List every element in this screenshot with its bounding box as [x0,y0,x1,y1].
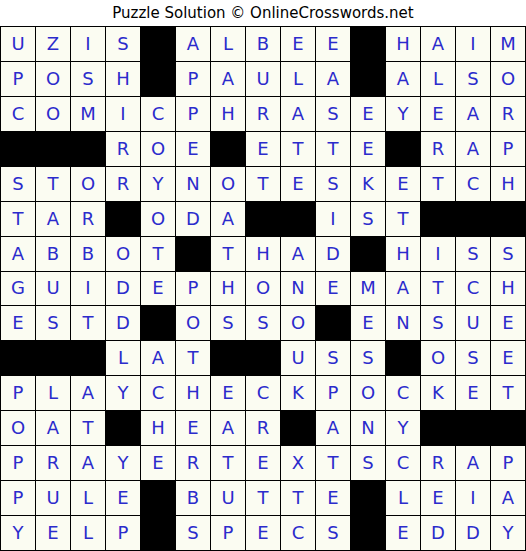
letter-cell-r1c1: U [1,27,35,61]
letter-cell-r11c3: A [71,376,105,410]
block-cell-r4c12 [386,132,420,166]
letter-cell-r1c13: A [421,27,455,61]
letter-cell-r5c4: R [106,167,140,201]
letter-cell-r13c15: P [491,446,525,480]
letter-cell-r4c9: T [281,132,315,166]
letter-cell-r7c12: H [386,237,420,271]
letter-cell-r3c11: E [351,97,385,131]
letter-cell-r8c2: U [36,272,70,306]
letter-cell-r6c6: D [176,202,210,236]
letter-cell-r15c14: D [456,516,490,550]
letter-cell-r5c14: C [456,167,490,201]
letter-cell-r11c10: P [316,376,350,410]
letter-cell-r13c7: T [211,446,245,480]
block-cell-r12c14 [456,411,490,445]
letter-cell-r6c11: S [351,202,385,236]
block-cell-r4c7 [211,132,245,166]
letter-cell-r11c12: C [386,376,420,410]
letter-cell-r12c7: A [211,411,245,445]
letter-cell-r15c6: S [176,516,210,550]
letter-cell-r9c7: S [211,306,245,340]
letter-cell-r11c11: O [351,376,385,410]
letter-cell-r14c10: E [316,481,350,515]
letter-cell-r10c11: S [351,341,385,375]
letter-cell-r15c13: D [421,516,455,550]
letter-cell-r11c9: K [281,376,315,410]
letter-cell-r12c2: A [36,411,70,445]
letter-cell-r8c7: H [211,272,245,306]
letter-cell-r2c2: O [36,62,70,96]
letter-cell-r11c1: P [1,376,35,410]
letter-cell-r11c14: E [456,376,490,410]
block-cell-r7c6 [176,237,210,271]
letter-cell-r4c13: R [421,132,455,166]
letter-cell-r13c6: R [176,446,210,480]
letter-cell-r7c7: T [211,237,245,271]
letter-cell-r13c8: E [246,446,280,480]
letter-cell-r1c4: S [106,27,140,61]
letter-cell-r11c4: Y [106,376,140,410]
letter-cell-r5c8: T [246,167,280,201]
block-cell-r10c12 [386,341,420,375]
letter-cell-r6c12: T [386,202,420,236]
letter-cell-r5c11: K [351,167,385,201]
letter-cell-r3c3: M [71,97,105,131]
letter-cell-r6c1: T [1,202,35,236]
letter-cell-r13c2: R [36,446,70,480]
letter-cell-r8c12: A [386,272,420,306]
letter-cell-r11c15: T [491,376,525,410]
letter-cell-r13c9: X [281,446,315,480]
letter-cell-r10c5: A [141,341,175,375]
letter-cell-r7c13: I [421,237,455,271]
letter-cell-r2c15: O [491,62,525,96]
letter-cell-r9c9: O [281,306,315,340]
letter-cell-r3c4: I [106,97,140,131]
crossword-board: UZISALBEEHAIMPOSHPAULAALSOCOMICPHRASEYEA… [0,26,526,551]
letter-cell-r9c3: T [71,306,105,340]
letter-cell-r3c1: C [1,97,35,131]
letter-cell-r8c4: D [106,272,140,306]
letter-cell-r15c9: C [281,516,315,550]
letter-cell-r13c14: A [456,446,490,480]
letter-cell-r14c9: T [281,481,315,515]
letter-cell-r6c2: A [36,202,70,236]
letter-cell-r3c15: R [491,97,525,131]
letter-cell-r2c3: S [71,62,105,96]
letter-cell-r15c3: L [71,516,105,550]
title-bar: Puzzle Solution © OnlineCrosswords.net [0,0,526,26]
letter-cell-r2c12: A [386,62,420,96]
letter-cell-r4c11: E [351,132,385,166]
letter-cell-r7c3: B [71,237,105,271]
letter-cell-r7c14: S [456,237,490,271]
letter-cell-r1c14: I [456,27,490,61]
letter-cell-r13c1: P [1,446,35,480]
block-cell-r12c4 [106,411,140,445]
letter-cell-r1c7: L [211,27,245,61]
letter-cell-r5c15: H [491,167,525,201]
letter-cell-r14c1: P [1,481,35,515]
letter-cell-r11c8: C [246,376,280,410]
letter-cell-r12c12: Y [386,411,420,445]
letter-cell-r7c4: O [106,237,140,271]
block-cell-r1c5 [141,27,175,61]
letter-cell-r12c10: A [316,411,350,445]
letter-cell-r4c8: E [246,132,280,166]
letter-cell-r3c5: C [141,97,175,131]
letter-cell-r5c5: Y [141,167,175,201]
letter-cell-r5c3: O [71,167,105,201]
letter-cell-r10c10: S [316,341,350,375]
letter-cell-r2c9: L [281,62,315,96]
letter-cell-r14c7: U [211,481,245,515]
letter-cell-r3c9: A [281,97,315,131]
letter-cell-r14c3: L [71,481,105,515]
letter-cell-r4c4: R [106,132,140,166]
letter-cell-r8c15: H [491,272,525,306]
block-cell-r10c8 [246,341,280,375]
block-cell-r12c15 [491,411,525,445]
letter-cell-r9c8: S [246,306,280,340]
letter-cell-r10c13: O [421,341,455,375]
letter-cell-r1c2: Z [36,27,70,61]
letter-cell-r8c11: M [351,272,385,306]
letter-cell-r14c15: A [491,481,525,515]
letter-cell-r5c7: O [211,167,245,201]
letter-cell-r1c15: M [491,27,525,61]
letter-cell-r9c15: E [491,306,525,340]
letter-cell-r14c14: I [456,481,490,515]
letter-cell-r1c10: E [316,27,350,61]
letter-cell-r9c2: S [36,306,70,340]
letter-cell-r10c14: S [456,341,490,375]
letter-cell-r14c13: E [421,481,455,515]
letter-cell-r12c5: H [141,411,175,445]
block-cell-r4c3 [71,132,105,166]
letter-cell-r3c13: E [421,97,455,131]
letter-cell-r4c14: A [456,132,490,166]
letter-cell-r2c1: P [1,62,35,96]
letter-cell-r5c2: T [36,167,70,201]
letter-cell-r7c1: A [1,237,35,271]
letter-cell-r3c7: H [211,97,245,131]
block-cell-r6c15 [491,202,525,236]
letter-cell-r7c10: D [316,237,350,271]
letter-cell-r5c13: T [421,167,455,201]
letter-cell-r14c4: E [106,481,140,515]
letter-cell-r3c2: O [36,97,70,131]
block-cell-r9c5 [141,306,175,340]
letter-cell-r5c10: S [316,167,350,201]
letter-cell-r4c6: E [176,132,210,166]
letter-cell-r9c11: E [351,306,385,340]
letter-cell-r15c8: E [246,516,280,550]
puzzle-solution-page: Puzzle Solution © OnlineCrosswords.net U… [0,0,526,551]
letter-cell-r4c15: P [491,132,525,166]
block-cell-r7c11 [351,237,385,271]
block-cell-r6c14 [456,202,490,236]
letter-cell-r15c10: S [316,516,350,550]
letter-cell-r12c1: O [1,411,35,445]
letter-cell-r13c10: T [316,446,350,480]
letter-cell-r15c12: E [386,516,420,550]
letter-cell-r7c2: B [36,237,70,271]
letter-cell-r1c3: I [71,27,105,61]
letter-cell-r8c14: C [456,272,490,306]
block-cell-r6c13 [421,202,455,236]
letter-cell-r2c8: U [246,62,280,96]
letter-cell-r2c6: P [176,62,210,96]
letter-cell-r15c2: E [36,516,70,550]
letter-cell-r8c13: T [421,272,455,306]
letter-cell-r1c6: A [176,27,210,61]
block-cell-r12c9 [281,411,315,445]
letter-cell-r7c5: T [141,237,175,271]
block-cell-r10c1 [1,341,35,375]
letter-cell-r1c12: H [386,27,420,61]
block-cell-r14c11 [351,481,385,515]
letter-cell-r12c11: N [351,411,385,445]
letter-cell-r5c6: N [176,167,210,201]
letter-cell-r10c9: U [281,341,315,375]
letter-cell-r9c4: D [106,306,140,340]
letter-cell-r4c5: O [141,132,175,166]
letter-cell-r7c15: S [491,237,525,271]
letter-cell-r2c4: H [106,62,140,96]
letter-cell-r3c14: A [456,97,490,131]
letter-cell-r11c5: C [141,376,175,410]
letter-cell-r5c12: E [386,167,420,201]
letter-cell-r13c12: C [386,446,420,480]
letter-cell-r8c6: P [176,272,210,306]
letter-cell-r9c13: S [421,306,455,340]
block-cell-r14c5 [141,481,175,515]
letter-cell-r11c6: H [176,376,210,410]
letter-cell-r13c3: A [71,446,105,480]
letter-cell-r10c4: L [106,341,140,375]
letter-cell-r3c10: S [316,97,350,131]
letter-cell-r14c12: L [386,481,420,515]
letter-cell-r13c13: R [421,446,455,480]
block-cell-r4c2 [36,132,70,166]
block-cell-r4c1 [1,132,35,166]
letter-cell-r5c9: E [281,167,315,201]
letter-cell-r8c1: G [1,272,35,306]
letter-cell-r12c6: E [176,411,210,445]
letter-cell-r7c8: H [246,237,280,271]
letter-cell-r5c1: S [1,167,35,201]
letter-cell-r9c14: U [456,306,490,340]
letter-cell-r13c11: S [351,446,385,480]
letter-cell-r9c12: N [386,306,420,340]
block-cell-r12c13 [421,411,455,445]
block-cell-r9c10 [316,306,350,340]
letter-cell-r14c2: U [36,481,70,515]
letter-cell-r12c8: R [246,411,280,445]
letter-cell-r15c4: P [106,516,140,550]
letter-cell-r3c6: P [176,97,210,131]
page-title: Puzzle Solution © OnlineCrosswords.net [112,4,413,22]
letter-cell-r14c6: B [176,481,210,515]
letter-cell-r10c6: T [176,341,210,375]
letter-cell-r15c1: Y [1,516,35,550]
letter-cell-r6c7: A [211,202,245,236]
letter-cell-r11c7: E [211,376,245,410]
letter-cell-r3c12: Y [386,97,420,131]
letter-cell-r2c14: S [456,62,490,96]
letter-cell-r13c5: E [141,446,175,480]
letter-cell-r2c10: A [316,62,350,96]
letter-cell-r9c1: E [1,306,35,340]
letter-cell-r10c15: E [491,341,525,375]
block-cell-r10c2 [36,341,70,375]
letter-cell-r6c3: R [71,202,105,236]
letter-cell-r15c15: Y [491,516,525,550]
letter-cell-r8c8: O [246,272,280,306]
letter-cell-r13c4: Y [106,446,140,480]
block-cell-r10c7 [211,341,245,375]
letter-cell-r15c7: P [211,516,245,550]
letter-cell-r6c5: O [141,202,175,236]
letter-cell-r12c3: T [71,411,105,445]
letter-cell-r9c6: O [176,306,210,340]
block-cell-r1c11 [351,27,385,61]
letter-cell-r2c7: A [211,62,245,96]
letter-cell-r3c8: R [246,97,280,131]
letter-cell-r8c10: E [316,272,350,306]
letter-cell-r1c9: E [281,27,315,61]
block-cell-r15c5 [141,516,175,550]
letter-cell-r6c10: I [316,202,350,236]
letter-cell-r4c10: T [316,132,350,166]
block-cell-r2c11 [351,62,385,96]
letter-cell-r8c5: E [141,272,175,306]
block-cell-r6c4 [106,202,140,236]
letter-cell-r1c8: B [246,27,280,61]
block-cell-r6c9 [281,202,315,236]
letter-cell-r2c13: L [421,62,455,96]
letter-cell-r11c13: K [421,376,455,410]
block-cell-r10c3 [71,341,105,375]
block-cell-r15c11 [351,516,385,550]
block-cell-r6c8 [246,202,280,236]
letter-cell-r8c3: I [71,272,105,306]
letter-cell-r11c2: L [36,376,70,410]
letter-cell-r8c9: N [281,272,315,306]
letter-cell-r7c9: A [281,237,315,271]
block-cell-r2c5 [141,62,175,96]
letter-cell-r14c8: T [246,481,280,515]
